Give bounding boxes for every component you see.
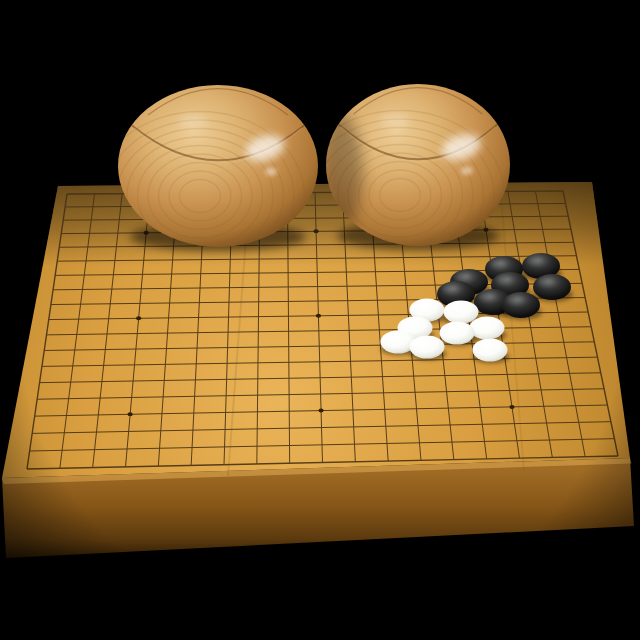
- stone-sheen: [497, 276, 513, 284]
- stone-sheen: [528, 257, 544, 265]
- go-set-photo: [0, 0, 640, 640]
- stone-body: [533, 274, 571, 300]
- star-point: [128, 412, 133, 416]
- stone-body: [470, 317, 505, 340]
- stone-sheen: [456, 273, 472, 281]
- stone-sheen: [508, 296, 524, 304]
- star-point: [313, 229, 318, 233]
- goban-scene: [0, 0, 640, 640]
- star-point: [136, 316, 141, 320]
- stone-sheen: [539, 278, 555, 286]
- stone-sheen: [443, 285, 459, 293]
- stone-body: [444, 301, 479, 324]
- stone-sheen: [480, 293, 496, 301]
- star-point: [318, 409, 323, 413]
- stone-body: [440, 322, 475, 345]
- stone-body: [410, 336, 445, 359]
- bowl-sheen: [178, 114, 208, 128]
- stone-body: [502, 292, 540, 318]
- bowl-specular-dot: [265, 168, 277, 176]
- stone-sheen: [491, 260, 507, 268]
- bowl-sheen: [380, 113, 410, 127]
- star-point: [316, 314, 321, 318]
- stone-body: [473, 339, 508, 362]
- bowl-specular-dot: [461, 167, 473, 175]
- star-point: [509, 405, 514, 409]
